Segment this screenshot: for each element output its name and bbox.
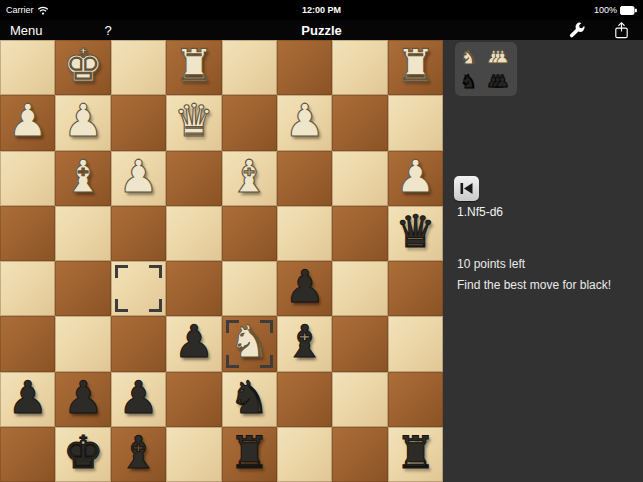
square-c7[interactable]	[277, 372, 332, 427]
piece-black-k-g8[interactable]: ♚	[63, 430, 103, 475]
square-b6[interactable]	[332, 316, 387, 371]
piece-white-n-d6[interactable]: ♞	[229, 319, 269, 364]
square-a5[interactable]	[388, 261, 443, 316]
clock: 12:00 PM	[0, 5, 643, 15]
piece-black-p-h7[interactable]: ♟	[8, 375, 48, 420]
square-d1[interactable]	[222, 40, 277, 95]
square-f2[interactable]	[111, 95, 166, 150]
menu-button[interactable]: Menu	[10, 23, 43, 38]
skip-back-icon	[459, 182, 474, 195]
square-g7[interactable]: ♟	[55, 372, 110, 427]
square-c4[interactable]	[277, 206, 332, 261]
piece-black-p-e6[interactable]: ♟	[174, 319, 214, 364]
move-list-entry[interactable]: 1.Nf5-d6	[457, 205, 503, 219]
go-to-start-button[interactable]	[454, 176, 479, 201]
square-b2[interactable]	[332, 95, 387, 150]
square-f3[interactable]: ♟	[111, 151, 166, 206]
square-c2[interactable]: ♟	[277, 95, 332, 150]
square-f6[interactable]	[111, 316, 166, 371]
piece-black-b-f8[interactable]: ♝	[118, 430, 158, 475]
piece-black-p-g7[interactable]: ♟	[63, 375, 103, 420]
square-b4[interactable]	[332, 206, 387, 261]
square-a4[interactable]: ♛	[388, 206, 443, 261]
square-b7[interactable]	[332, 372, 387, 427]
piece-white-p-h2[interactable]: ♟	[8, 98, 48, 143]
square-g5[interactable]	[55, 261, 110, 316]
status-bar: Carrier 12:00 PM 100%	[0, 0, 643, 20]
piece-white-r-e1[interactable]: ♜	[174, 43, 214, 88]
square-h4[interactable]	[0, 206, 55, 261]
square-d7[interactable]: ♞	[222, 372, 277, 427]
square-g2[interactable]: ♟	[55, 95, 110, 150]
square-a2[interactable]	[388, 95, 443, 150]
square-a3[interactable]: ♟	[388, 151, 443, 206]
square-e4[interactable]	[166, 206, 221, 261]
square-b8[interactable]	[332, 427, 387, 482]
last-move-marker-f5	[115, 265, 162, 312]
square-f1[interactable]	[111, 40, 166, 95]
square-c5[interactable]: ♟	[277, 261, 332, 316]
square-f4[interactable]	[111, 206, 166, 261]
points-left-label: 10 points left	[457, 257, 525, 271]
piece-black-r-a8[interactable]: ♜	[395, 430, 435, 475]
square-d6[interactable]: ♞	[222, 316, 277, 371]
square-h8[interactable]	[0, 427, 55, 482]
square-g6[interactable]	[55, 316, 110, 371]
square-e2[interactable]: ♛	[166, 95, 221, 150]
help-button[interactable]: ?	[105, 23, 112, 38]
piece-white-p-a3[interactable]: ♟	[395, 154, 435, 199]
square-e1[interactable]: ♜	[166, 40, 221, 95]
square-e8[interactable]	[166, 427, 221, 482]
square-c3[interactable]	[277, 151, 332, 206]
square-h5[interactable]	[0, 261, 55, 316]
square-b5[interactable]	[332, 261, 387, 316]
square-d8[interactable]: ♜	[222, 427, 277, 482]
piece-black-q-a4[interactable]: ♛	[395, 209, 435, 254]
square-c6[interactable]: ♝	[277, 316, 332, 371]
square-b1[interactable]	[332, 40, 387, 95]
captured-white-row: ♞♟♟♟	[460, 45, 512, 69]
page-title: Puzzle	[0, 23, 643, 38]
piece-white-b-g3[interactable]: ♝	[63, 154, 103, 199]
nav-bar: Puzzle Menu ?	[0, 20, 643, 40]
piece-black-b-c6[interactable]: ♝	[284, 319, 324, 364]
settings-button[interactable]	[567, 21, 586, 40]
side-panel: ♞♟♟♟ ♞♟♟♟ 1.Nf5-d6 10 points left Find t…	[443, 40, 643, 482]
captured-pieces-tray: ♞♟♟♟ ♞♟♟♟	[455, 42, 517, 96]
square-a7[interactable]	[388, 372, 443, 427]
square-g1[interactable]: ♚	[55, 40, 110, 95]
square-d2[interactable]	[222, 95, 277, 150]
square-f8[interactable]: ♝	[111, 427, 166, 482]
puzzle-prompt-label: Find the best move for black!	[457, 278, 611, 292]
square-h1[interactable]	[0, 40, 55, 95]
app-screen: Carrier 12:00 PM 100% Puzzle Menu ?	[0, 0, 643, 482]
captured-white-pawn: ♟	[495, 49, 510, 66]
square-g4[interactable]	[55, 206, 110, 261]
wrench-icon	[567, 21, 586, 40]
square-c8[interactable]	[277, 427, 332, 482]
square-a6[interactable]	[388, 316, 443, 371]
share-button[interactable]	[612, 21, 631, 40]
square-h7[interactable]: ♟	[0, 372, 55, 427]
piece-white-b-d3[interactable]: ♝	[229, 154, 269, 199]
captured-black-row: ♞♟♟♟	[460, 69, 512, 93]
piece-white-p-g2[interactable]: ♟	[63, 98, 103, 143]
piece-black-p-c5[interactable]: ♟	[284, 264, 324, 309]
square-g3[interactable]: ♝	[55, 151, 110, 206]
square-e5[interactable]	[166, 261, 221, 316]
square-a8[interactable]: ♜	[388, 427, 443, 482]
share-icon	[612, 21, 631, 40]
captured-white-knight: ♞	[460, 48, 477, 67]
square-a1[interactable]: ♜	[388, 40, 443, 95]
square-g8[interactable]: ♚	[55, 427, 110, 482]
square-h6[interactable]	[0, 316, 55, 371]
square-d3[interactable]: ♝	[222, 151, 277, 206]
square-e7[interactable]	[166, 372, 221, 427]
piece-black-p-f7[interactable]: ♟	[118, 375, 158, 420]
piece-white-r-a1[interactable]: ♜	[395, 43, 435, 88]
square-b3[interactable]	[332, 151, 387, 206]
piece-white-q-e2[interactable]: ♛	[174, 98, 214, 143]
piece-white-p-c2[interactable]: ♟	[284, 98, 324, 143]
square-f5[interactable]	[111, 261, 166, 316]
square-d4[interactable]	[222, 206, 277, 261]
square-e3[interactable]	[166, 151, 221, 206]
piece-black-n-d7[interactable]: ♞	[229, 375, 269, 420]
square-h2[interactable]: ♟	[0, 95, 55, 150]
piece-black-r-d8[interactable]: ♜	[229, 430, 269, 475]
piece-white-k-g1[interactable]: ♚	[63, 43, 103, 88]
square-d5[interactable]	[222, 261, 277, 316]
captured-black-pawn: ♟	[495, 73, 510, 90]
piece-white-p-f3[interactable]: ♟	[118, 154, 158, 199]
chess-board: ♚♜♜♟♟♛♟♝♟♝♟♛♟♟♞♝♟♟♟♞♚♝♜♜	[0, 40, 443, 482]
square-e6[interactable]: ♟	[166, 316, 221, 371]
square-c1[interactable]	[277, 40, 332, 95]
captured-black-knight: ♞	[460, 72, 477, 91]
square-f7[interactable]: ♟	[111, 372, 166, 427]
square-h3[interactable]	[0, 151, 55, 206]
